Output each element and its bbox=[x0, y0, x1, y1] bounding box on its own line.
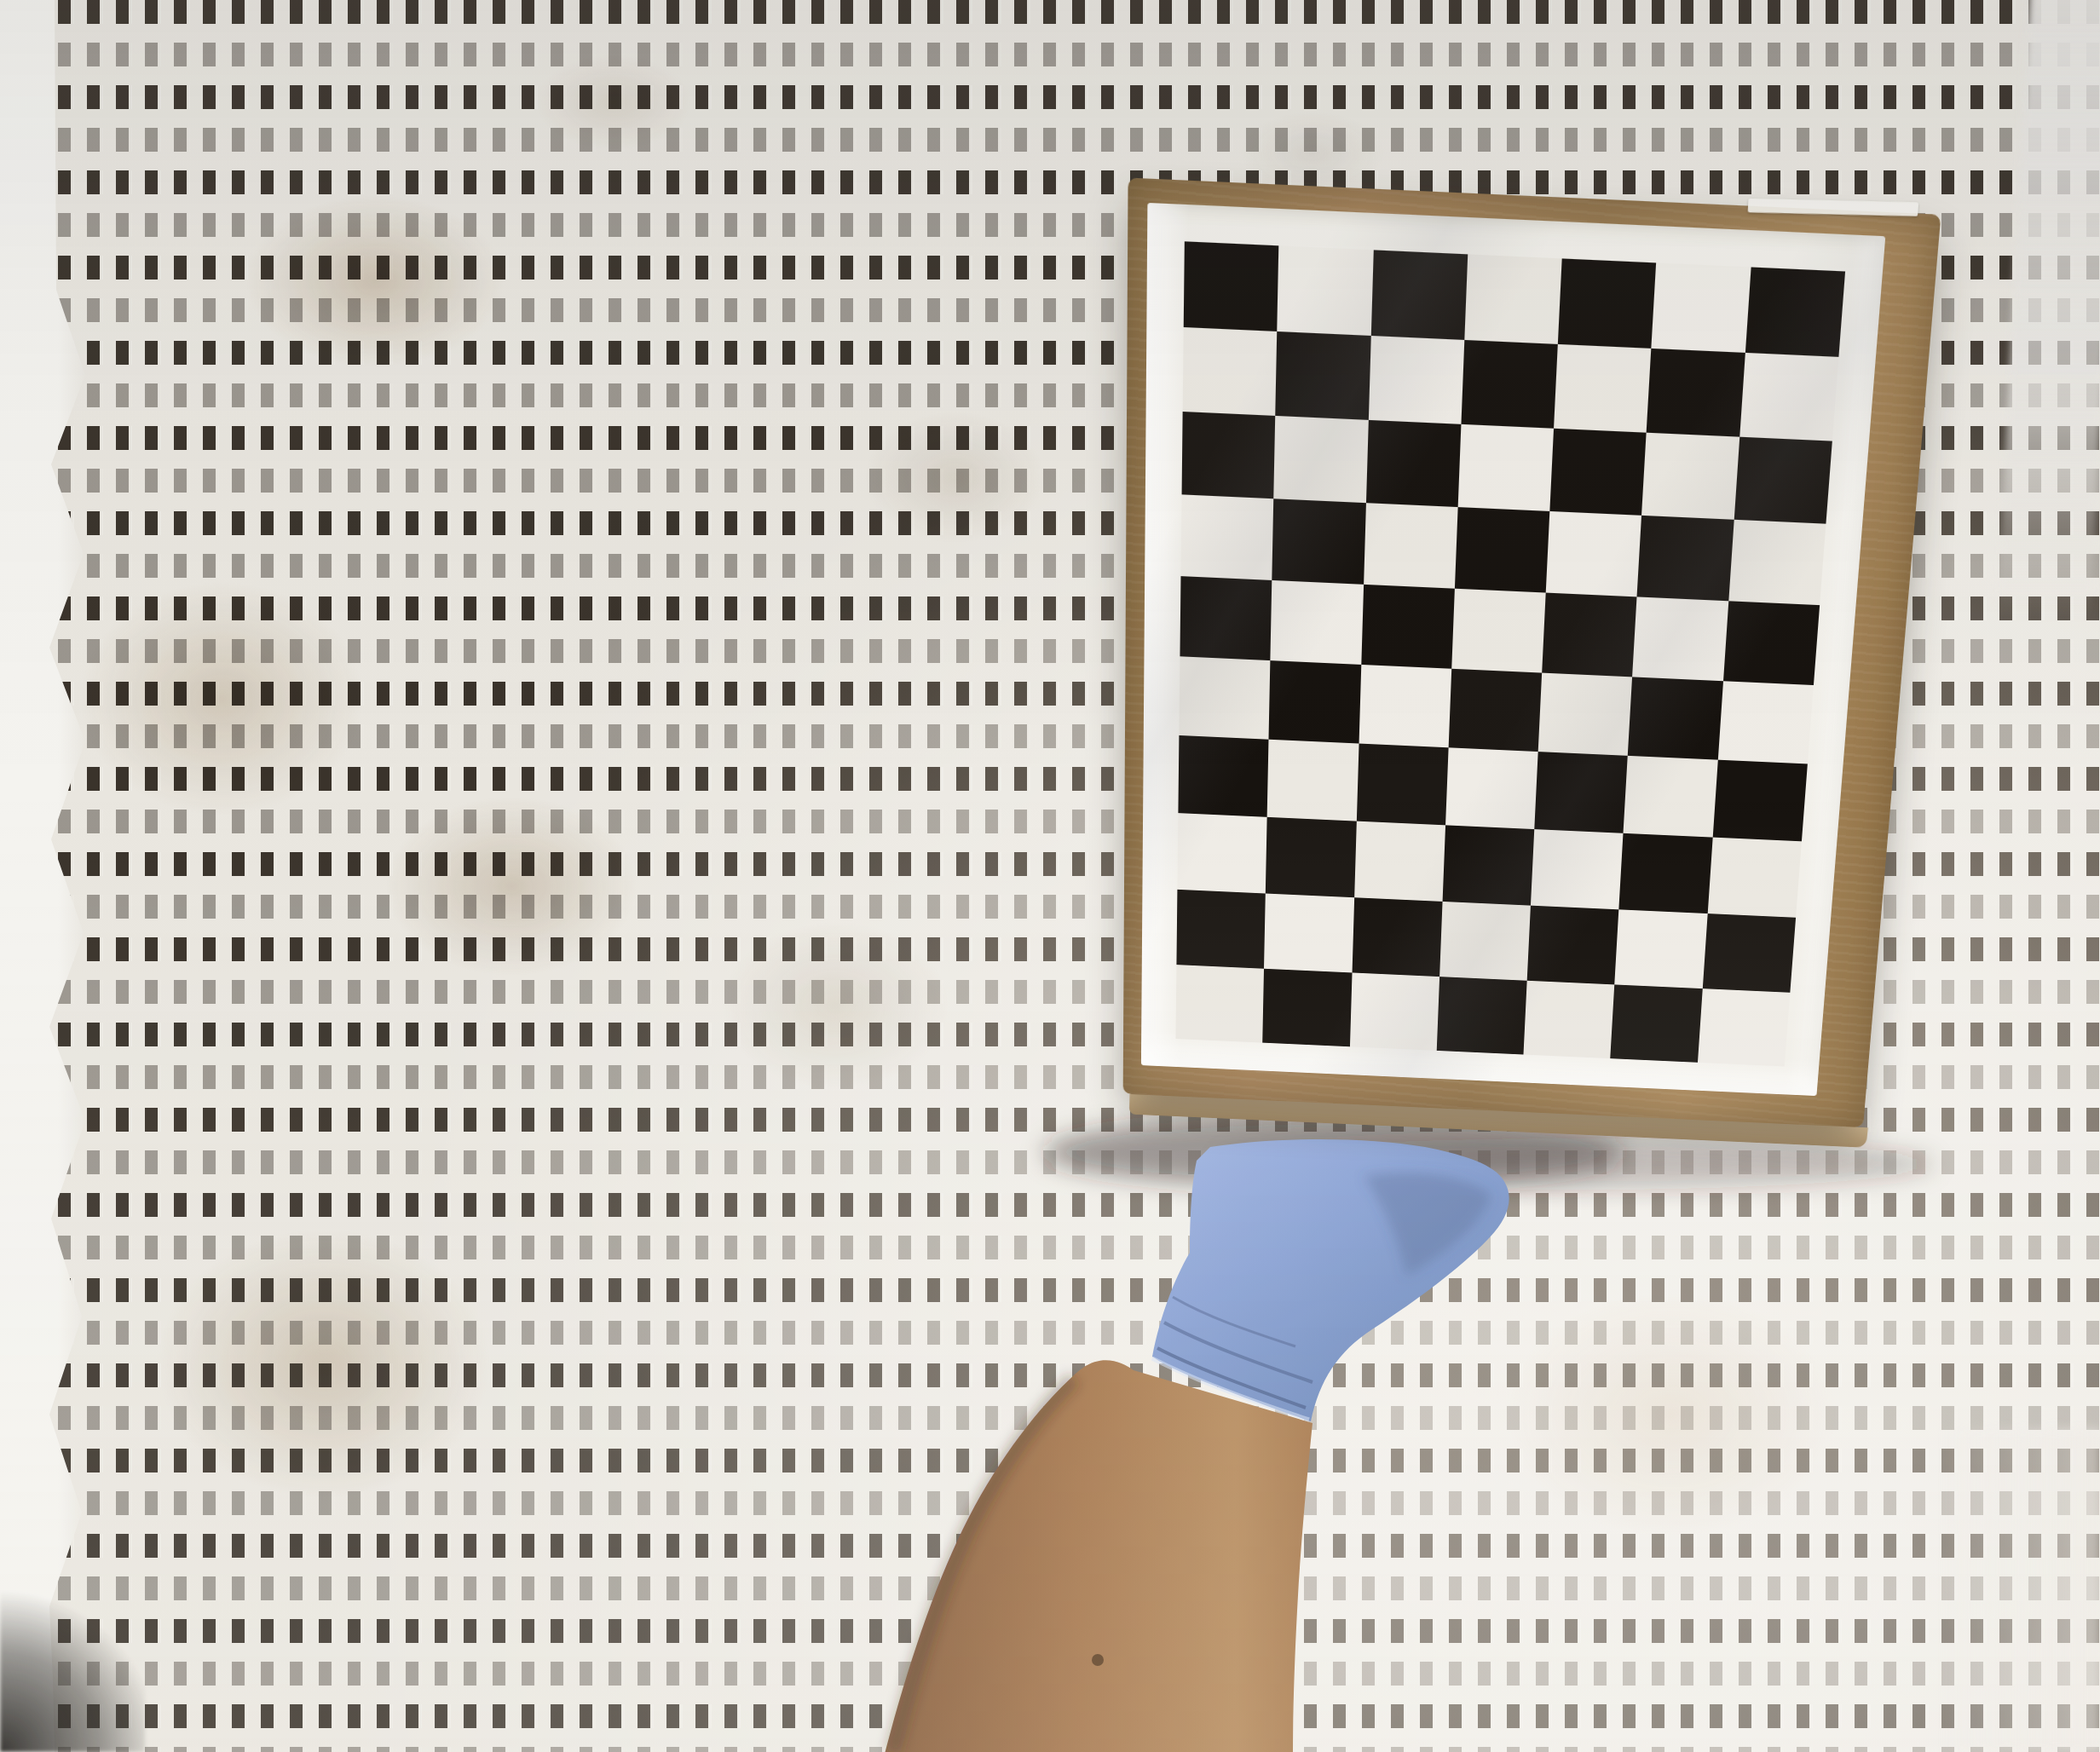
checkerboard-cell bbox=[1437, 977, 1527, 1054]
checkerboard-cell bbox=[1177, 813, 1266, 893]
checkerboard-cell bbox=[1707, 838, 1802, 918]
checkerboard-cell bbox=[1276, 331, 1371, 420]
checkerboard-cell bbox=[1549, 429, 1647, 516]
checkerboard-cell bbox=[1457, 424, 1554, 511]
checkerboard-cell bbox=[1370, 250, 1468, 340]
checkerboard-cell bbox=[1615, 909, 1708, 988]
checkerboard-cell bbox=[1356, 744, 1448, 826]
checkerboard-cell bbox=[1176, 890, 1266, 969]
checkerboard-cell bbox=[1175, 965, 1264, 1043]
checkerboard-cell bbox=[1442, 825, 1534, 905]
checkerboard-cell bbox=[1179, 656, 1270, 739]
checkerboard-cell bbox=[1455, 507, 1550, 592]
checkerboard-cell bbox=[1723, 601, 1820, 685]
checkerboard-cell bbox=[1534, 752, 1628, 833]
checkerboard-cell bbox=[1641, 433, 1739, 520]
checkerboard-cell bbox=[1538, 673, 1633, 756]
checkerboard-cell bbox=[1271, 580, 1364, 665]
checkerboard-cell bbox=[1368, 336, 1464, 424]
checkerboard-cell bbox=[1184, 241, 1279, 331]
photo-scene bbox=[0, 0, 2100, 1752]
checkerboard-cell bbox=[1180, 494, 1273, 580]
checkerboard-cell bbox=[1546, 511, 1642, 596]
checkerboard-cell bbox=[1698, 988, 1791, 1066]
checkerboard-cell bbox=[1178, 735, 1268, 817]
checkerboard-cell bbox=[1361, 585, 1455, 669]
checkerboard-cell bbox=[1524, 981, 1615, 1058]
checkerboard-cell bbox=[1439, 902, 1531, 981]
checkerboard-cell bbox=[1445, 747, 1538, 829]
checkerboard-cell bbox=[1464, 254, 1562, 344]
checkerboard-cell bbox=[1712, 760, 1807, 842]
checkerboard-cell bbox=[1274, 416, 1369, 503]
checkerboard-cell bbox=[1527, 906, 1619, 985]
checkerboard-cell bbox=[1266, 817, 1356, 897]
checkerboard-cell bbox=[1542, 593, 1637, 677]
checkerboard-cell bbox=[1461, 340, 1558, 429]
checkerboard-cell bbox=[1611, 984, 1703, 1062]
checkerboard-cell bbox=[1558, 258, 1657, 349]
checkerboard-cell bbox=[1272, 499, 1366, 585]
checkerboard-cell bbox=[1718, 681, 1814, 764]
checkerboard-cell bbox=[1531, 829, 1624, 909]
checkerboard-cell bbox=[1619, 833, 1713, 913]
checkerboard-cell bbox=[1734, 437, 1832, 524]
bottom-left-shadow bbox=[0, 1582, 145, 1752]
calibration-board bbox=[1123, 178, 1941, 1128]
checkerboard-cell bbox=[1180, 576, 1272, 660]
checkerboard-cell bbox=[1728, 520, 1826, 605]
checkerboard bbox=[1175, 241, 1845, 1066]
checkerboard-cell bbox=[1745, 267, 1845, 356]
checkerboard-cell bbox=[1183, 327, 1278, 416]
checkerboard-cell bbox=[1624, 756, 1718, 838]
checkerboard-cell bbox=[1182, 412, 1276, 499]
checkerboard-cell bbox=[1633, 596, 1729, 681]
checkerboard-cell bbox=[1359, 665, 1451, 747]
checkerboard-cell bbox=[1267, 740, 1359, 821]
checkerboard-cell bbox=[1652, 262, 1751, 352]
checkerboard-cell bbox=[1278, 245, 1374, 336]
checkerboard-cell bbox=[1702, 913, 1796, 993]
checkerboard-cell bbox=[1451, 589, 1546, 673]
checkerboard-cell bbox=[1628, 677, 1723, 759]
checkerboard-cell bbox=[1739, 353, 1838, 441]
checkerboard-cell bbox=[1448, 669, 1542, 752]
checkerboard-cell bbox=[1269, 660, 1361, 743]
checkerboard-cell bbox=[1364, 503, 1458, 589]
checkerboard-cell bbox=[1352, 897, 1442, 977]
checkerboard-cell bbox=[1366, 420, 1462, 507]
checkerboard-cell bbox=[1354, 821, 1445, 902]
checkerboard-cell bbox=[1647, 349, 1745, 437]
paper-sheet bbox=[1141, 203, 1885, 1096]
checkerboard-cell bbox=[1554, 344, 1652, 433]
checkerboard-cell bbox=[1637, 516, 1734, 601]
checkerboard-cell bbox=[1264, 894, 1353, 973]
checkerboard-cell bbox=[1262, 969, 1352, 1046]
checkerboard-cell bbox=[1350, 972, 1439, 1050]
